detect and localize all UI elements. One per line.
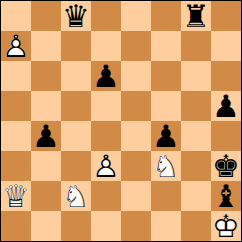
square-g2[interactable] <box>181 181 211 211</box>
square-f5[interactable] <box>151 91 181 121</box>
piece-outline-glyph: ♘ <box>61 181 91 211</box>
square-b1[interactable] <box>31 211 61 241</box>
piece-black-rook-g8[interactable]: ♜ <box>181 1 211 31</box>
square-d1[interactable] <box>91 211 121 241</box>
square-h4[interactable] <box>211 121 241 151</box>
piece-black-pawn-f4[interactable]: ♟ <box>151 121 181 151</box>
square-g1[interactable] <box>181 211 211 241</box>
square-d2[interactable] <box>91 181 121 211</box>
square-h3[interactable]: ♚ <box>211 151 241 181</box>
square-c2[interactable]: ♞♘ <box>61 181 91 211</box>
square-f4[interactable]: ♟ <box>151 121 181 151</box>
square-h5[interactable]: ♟ <box>211 91 241 121</box>
piece-white-knight-c2[interactable]: ♞♘ <box>61 181 91 211</box>
square-b2[interactable] <box>31 181 61 211</box>
square-c1[interactable] <box>61 211 91 241</box>
square-d7[interactable] <box>91 31 121 61</box>
square-b6[interactable] <box>31 61 61 91</box>
square-a1[interactable] <box>1 211 31 241</box>
square-g5[interactable] <box>181 91 211 121</box>
piece-black-bishop-h2[interactable]: ♝ <box>211 181 241 211</box>
piece-outline-glyph: ♕ <box>1 181 31 211</box>
square-d8[interactable] <box>91 1 121 31</box>
chess-board: ♛♜♟♙♟♟♟♟♟♙♞♘♚♛♕♞♘♝♚♔ <box>0 0 242 242</box>
piece-black-pawn-d6[interactable]: ♟ <box>91 61 121 91</box>
square-g7[interactable] <box>181 31 211 61</box>
square-f7[interactable] <box>151 31 181 61</box>
square-d4[interactable] <box>91 121 121 151</box>
square-a8[interactable] <box>1 1 31 31</box>
square-b5[interactable] <box>31 91 61 121</box>
piece-white-king-h1[interactable]: ♚♔ <box>211 211 241 241</box>
square-f1[interactable] <box>151 211 181 241</box>
piece-black-pawn-h5[interactable]: ♟ <box>211 91 241 121</box>
piece-black-queen-c8[interactable]: ♛ <box>61 1 91 31</box>
square-c6[interactable] <box>61 61 91 91</box>
square-g3[interactable] <box>181 151 211 181</box>
square-e2[interactable] <box>121 181 151 211</box>
square-f6[interactable] <box>151 61 181 91</box>
piece-black-king-h3[interactable]: ♚ <box>211 151 241 181</box>
piece-outline-glyph: ♔ <box>211 211 241 241</box>
piece-white-pawn-d3[interactable]: ♟♙ <box>91 151 121 181</box>
square-h2[interactable]: ♝ <box>211 181 241 211</box>
square-a3[interactable] <box>1 151 31 181</box>
square-g6[interactable] <box>181 61 211 91</box>
square-a6[interactable] <box>1 61 31 91</box>
square-f3[interactable]: ♞♘ <box>151 151 181 181</box>
square-e7[interactable] <box>121 31 151 61</box>
square-g4[interactable] <box>181 121 211 151</box>
square-a7[interactable]: ♟♙ <box>1 31 31 61</box>
square-b4[interactable]: ♟ <box>31 121 61 151</box>
piece-outline-glyph: ♙ <box>91 151 121 181</box>
square-c5[interactable] <box>61 91 91 121</box>
square-b8[interactable] <box>31 1 61 31</box>
piece-outline-glyph: ♙ <box>1 31 31 61</box>
square-f2[interactable] <box>151 181 181 211</box>
piece-outline-glyph: ♘ <box>151 151 181 181</box>
square-a2[interactable]: ♛♕ <box>1 181 31 211</box>
square-d5[interactable] <box>91 91 121 121</box>
square-g8[interactable]: ♜ <box>181 1 211 31</box>
square-h8[interactable] <box>211 1 241 31</box>
square-c4[interactable] <box>61 121 91 151</box>
piece-white-pawn-a7[interactable]: ♟♙ <box>1 31 31 61</box>
square-h6[interactable] <box>211 61 241 91</box>
square-a4[interactable] <box>1 121 31 151</box>
square-e1[interactable] <box>121 211 151 241</box>
square-e6[interactable] <box>121 61 151 91</box>
square-f8[interactable] <box>151 1 181 31</box>
piece-white-knight-f3[interactable]: ♞♘ <box>151 151 181 181</box>
square-h7[interactable] <box>211 31 241 61</box>
square-c7[interactable] <box>61 31 91 61</box>
square-d3[interactable]: ♟♙ <box>91 151 121 181</box>
square-e4[interactable] <box>121 121 151 151</box>
square-c8[interactable]: ♛ <box>61 1 91 31</box>
square-h1[interactable]: ♚♔ <box>211 211 241 241</box>
piece-black-pawn-b4[interactable]: ♟ <box>31 121 61 151</box>
piece-white-queen-a2[interactable]: ♛♕ <box>1 181 31 211</box>
square-d6[interactable]: ♟ <box>91 61 121 91</box>
square-b7[interactable] <box>31 31 61 61</box>
square-b3[interactable] <box>31 151 61 181</box>
square-e8[interactable] <box>121 1 151 31</box>
square-e5[interactable] <box>121 91 151 121</box>
square-e3[interactable] <box>121 151 151 181</box>
square-a5[interactable] <box>1 91 31 121</box>
square-c3[interactable] <box>61 151 91 181</box>
